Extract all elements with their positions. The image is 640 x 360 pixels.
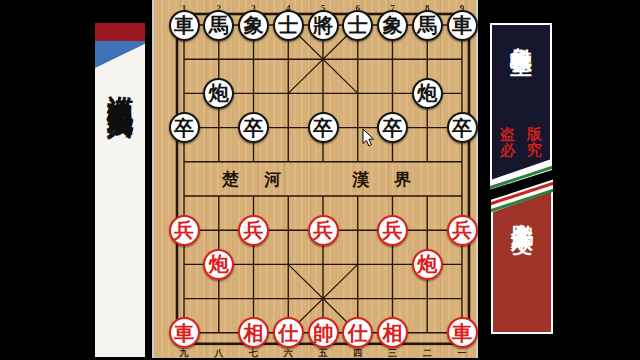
piece-black-象[interactable]: 象 xyxy=(377,10,408,41)
lesson-title-banner: 巡河炮破当头炮取兵局 xyxy=(95,23,145,357)
piece-black-士[interactable]: 士 xyxy=(273,10,304,41)
piece-black-士[interactable]: 士 xyxy=(342,10,373,41)
piece-black-車[interactable]: 車 xyxy=(447,10,478,41)
piece-red-兵[interactable]: 兵 xyxy=(238,215,269,246)
warning-char: 版 xyxy=(521,126,548,142)
river-label-han-jie: 漢界 xyxy=(352,168,436,191)
lesson-title: 巡河炮破当头炮取兵局 xyxy=(103,75,138,95)
file-label-bottom: 一 xyxy=(458,348,467,358)
piece-red-帥[interactable]: 帥 xyxy=(308,317,339,348)
file-label-bottom: 五 xyxy=(319,348,329,358)
xiangqi-board[interactable]: 123456789九八七六五四三二一 楚河 漢界 車馬象士將士象馬車炮炮卒卒卒卒… xyxy=(152,0,478,358)
piece-red-車[interactable]: 車 xyxy=(447,317,478,348)
piece-black-炮[interactable]: 炮 xyxy=(203,78,234,109)
video-frame: 巡河炮破当头炮取兵局 123456789九八七六五四三二一 楚河 漢界 車馬象士… xyxy=(0,0,640,360)
piece-black-卒[interactable]: 卒 xyxy=(308,112,339,143)
file-label-bottom: 四 xyxy=(353,348,362,358)
banner-navy-panel xyxy=(492,25,550,193)
file-label-bottom: 六 xyxy=(283,348,293,358)
mouse-cursor xyxy=(362,128,376,147)
piece-red-兵[interactable]: 兵 xyxy=(377,215,408,246)
piece-black-炮[interactable]: 炮 xyxy=(412,78,443,109)
piece-black-卒[interactable]: 卒 xyxy=(377,112,408,143)
book-title: 金鹏十八变 xyxy=(507,206,537,216)
piece-red-兵[interactable]: 兵 xyxy=(447,215,478,246)
piracy-warning: 盗版必究 xyxy=(494,126,548,158)
warning-char: 究 xyxy=(521,142,548,158)
warning-char: 盗 xyxy=(494,126,521,142)
piece-black-馬[interactable]: 馬 xyxy=(203,10,234,41)
piece-red-兵[interactable]: 兵 xyxy=(308,215,339,246)
piece-black-馬[interactable]: 馬 xyxy=(412,10,443,41)
warning-char: 必 xyxy=(494,142,521,158)
piece-red-仕[interactable]: 仕 xyxy=(273,317,304,348)
banner-red-band xyxy=(95,23,145,41)
piece-red-車[interactable]: 車 xyxy=(169,317,200,348)
piece-black-卒[interactable]: 卒 xyxy=(447,112,478,143)
file-label-bottom: 三 xyxy=(388,348,397,358)
file-label-bottom: 七 xyxy=(248,348,258,358)
file-label-bottom: 九 xyxy=(179,348,189,358)
piece-black-車[interactable]: 車 xyxy=(169,10,200,41)
channel-banner-bottom: 金鹏十八变 xyxy=(491,178,553,334)
piece-red-兵[interactable]: 兵 xyxy=(169,215,200,246)
river-label-chu-he: 楚河 xyxy=(222,168,306,191)
piece-black-卒[interactable]: 卒 xyxy=(238,112,269,143)
file-label-bottom: 八 xyxy=(213,348,224,358)
piece-black-將[interactable]: 將 xyxy=(308,10,339,41)
piece-red-炮[interactable]: 炮 xyxy=(203,249,234,280)
piece-black-象[interactable]: 象 xyxy=(238,10,269,41)
banner-blue-corner xyxy=(95,41,145,68)
school-title: 象棋教室 xyxy=(506,29,536,37)
file-label-bottom: 二 xyxy=(423,348,432,358)
channel-banner-top: 象棋教室 盗版必究 xyxy=(490,23,552,193)
piece-black-卒[interactable]: 卒 xyxy=(169,112,200,143)
piece-red-炮[interactable]: 炮 xyxy=(412,249,443,280)
